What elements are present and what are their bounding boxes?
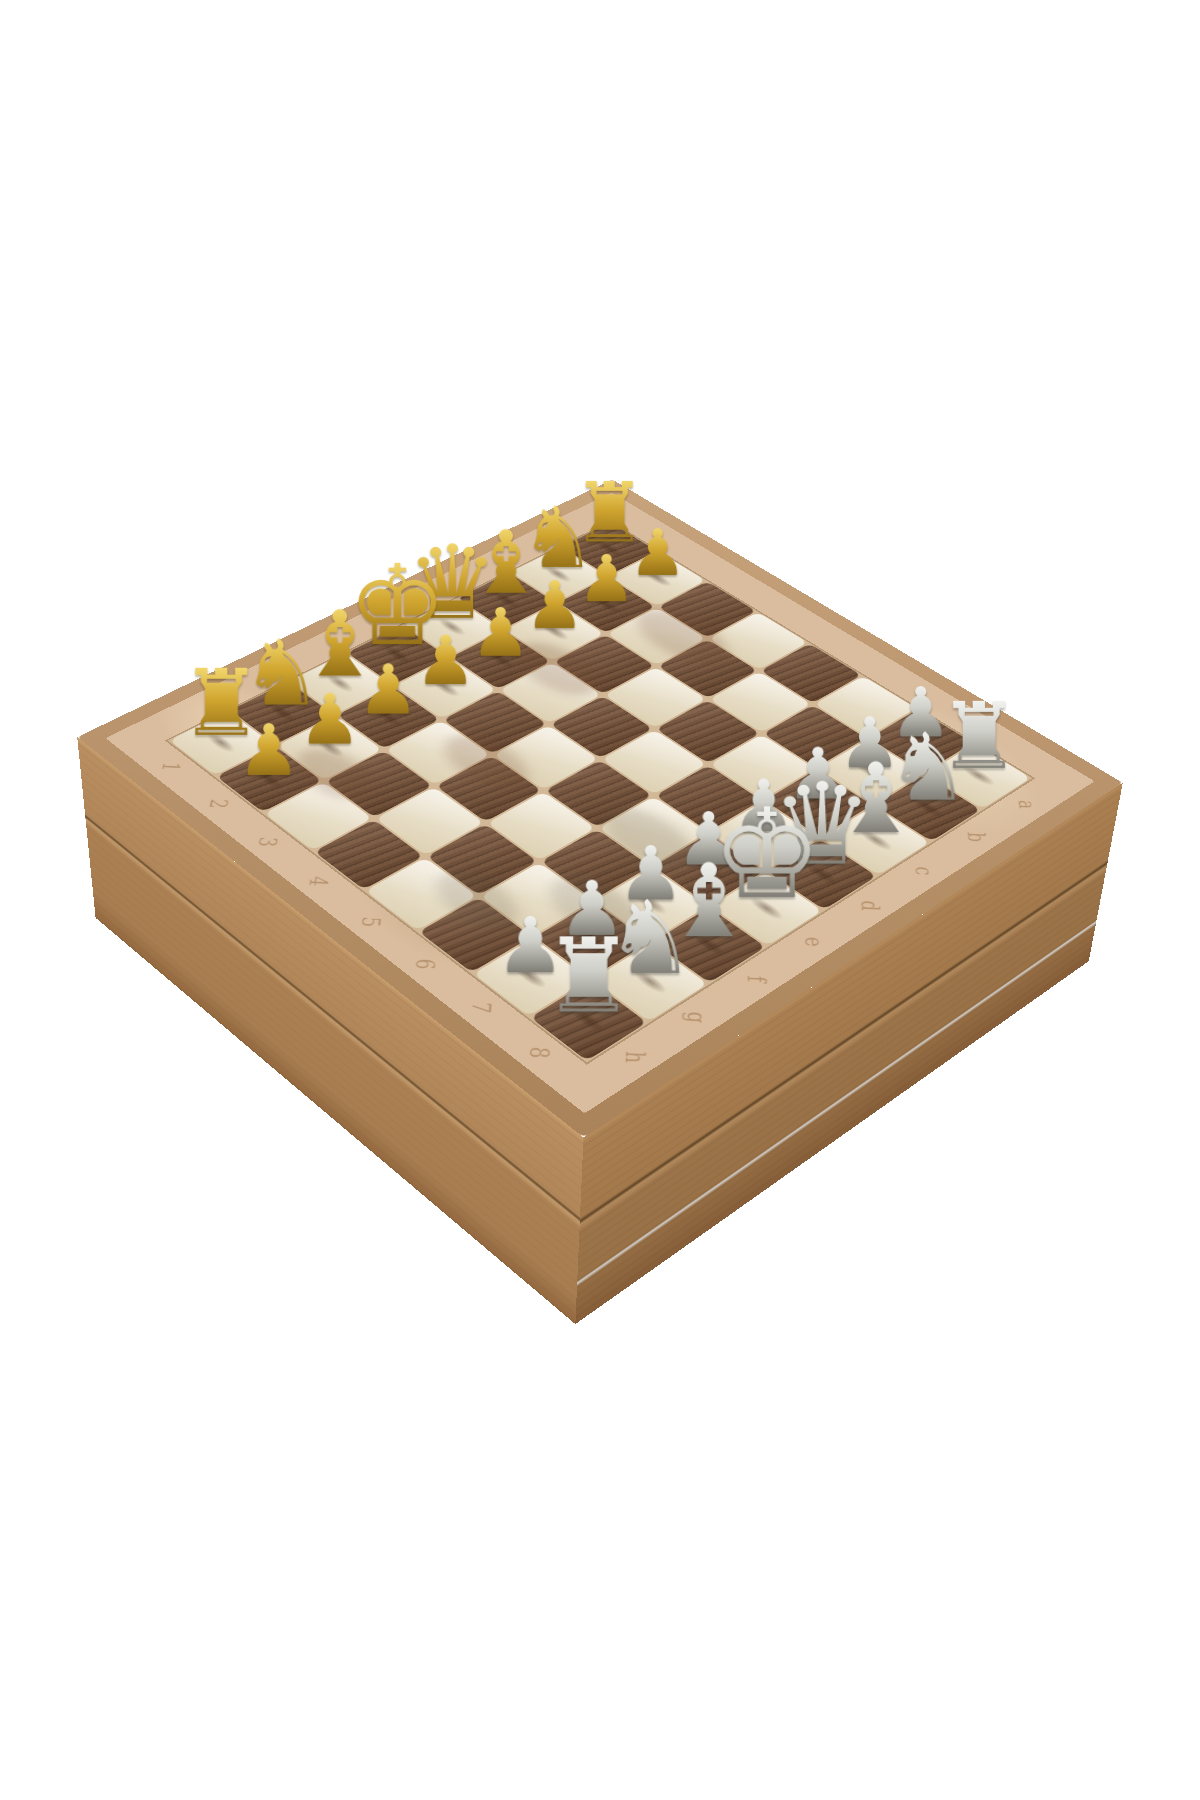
pawn-icon: ♟: [188, 715, 351, 786]
chess-box-set: 12345678 abcdefgh ♜♟♟♜♞♟♟♞♝♟♟♝♛♟♟♛♚♟♟♚♝♟…: [77, 479, 1123, 1137]
rook-icon: ♜: [499, 925, 678, 1028]
product-photo: 12345678 abcdefgh ♜♟♟♜♞♟♟♞♝♟♟♝♛♟♟♛♚♟♟♚♝♟…: [0, 0, 1200, 1800]
